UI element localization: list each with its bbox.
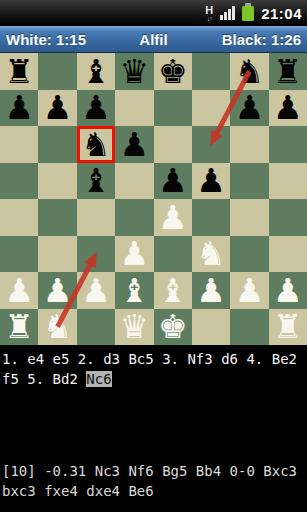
square-a3[interactable]	[0, 236, 38, 273]
white-knight-piece: ♞	[196, 237, 226, 270]
square-b4[interactable]	[38, 199, 76, 236]
engine-output: [10] -0.31 Nc3 Nf6 Bg5 Bb4 0-0 Bxc3 bxc3…	[0, 461, 307, 501]
square-b8[interactable]	[38, 53, 76, 90]
black-knight-piece: ♞	[235, 55, 265, 88]
app-screen: H ↓↑ 21:04 White: 1:15 Alfil Black: 1:26…	[0, 0, 307, 512]
square-c4[interactable]	[77, 199, 115, 236]
square-g4[interactable]	[230, 199, 268, 236]
square-a1[interactable]: ♜	[0, 309, 38, 346]
square-f1[interactable]	[192, 309, 230, 346]
square-c6[interactable]: ♞	[77, 126, 115, 163]
black-pawn-piece: ♟	[158, 164, 188, 197]
black-rook-piece: ♜	[273, 55, 303, 88]
square-b2[interactable]: ♟	[38, 272, 76, 309]
square-a5[interactable]	[0, 163, 38, 200]
square-a4[interactable]	[0, 199, 38, 236]
black-pawn-piece: ♟	[81, 91, 111, 124]
white-pawn-piece: ♟	[81, 274, 111, 307]
black-king-piece: ♚	[158, 55, 188, 88]
square-e1[interactable]: ♚	[154, 309, 192, 346]
black-bishop-piece: ♝	[81, 164, 111, 197]
square-f3[interactable]: ♞	[192, 236, 230, 273]
square-d3[interactable]: ♟	[115, 236, 153, 273]
square-f4[interactable]	[192, 199, 230, 236]
square-a6[interactable]	[0, 126, 38, 163]
black-pawn-piece: ♟	[196, 164, 226, 197]
square-h6[interactable]	[269, 126, 307, 163]
black-rook-piece: ♜	[4, 55, 34, 88]
title-bar: White: 1:15 Alfil Black: 1:26	[0, 26, 307, 53]
square-c7[interactable]: ♟	[77, 90, 115, 127]
square-b1[interactable]: ♞	[38, 309, 76, 346]
white-bishop-piece: ♝	[158, 274, 188, 307]
chess-board[interactable]: ♜♝♛♚♞♜♟♟♟♟♟♞♟♝♟♟♟♟♞♟♟♟♝♝♟♟♟♜♞♛♚♜	[0, 53, 307, 345]
square-d7[interactable]	[115, 90, 153, 127]
square-h4[interactable]	[269, 199, 307, 236]
square-d5[interactable]	[115, 163, 153, 200]
square-g6[interactable]	[230, 126, 268, 163]
square-e7[interactable]	[154, 90, 192, 127]
square-d2[interactable]: ♝	[115, 272, 153, 309]
square-e8[interactable]: ♚	[154, 53, 192, 90]
square-e4[interactable]: ♟	[154, 199, 192, 236]
square-c3[interactable]	[77, 236, 115, 273]
status-clock: 21:04	[261, 5, 302, 22]
square-b3[interactable]	[38, 236, 76, 273]
empty-area	[0, 389, 307, 461]
square-d1[interactable]: ♛	[115, 309, 153, 346]
square-d8[interactable]: ♛	[115, 53, 153, 90]
battery-icon	[242, 6, 254, 21]
status-bar: H ↓↑ 21:04	[0, 0, 307, 26]
board-area: ♜♝♛♚♞♜♟♟♟♟♟♞♟♝♟♟♟♟♞♟♟♟♝♝♟♟♟♜♞♛♚♜	[0, 53, 307, 345]
white-pawn-piece: ♟	[235, 274, 265, 307]
black-pawn-piece: ♟	[120, 128, 150, 161]
square-c5[interactable]: ♝	[77, 163, 115, 200]
square-f2[interactable]: ♟	[192, 272, 230, 309]
black-pawn-piece: ♟	[4, 91, 34, 124]
square-f5[interactable]: ♟	[192, 163, 230, 200]
black-pawn-piece: ♟	[43, 91, 73, 124]
white-king-piece: ♚	[158, 310, 188, 343]
white-pawn-piece: ♟	[120, 237, 150, 270]
square-g3[interactable]	[230, 236, 268, 273]
square-d6[interactable]: ♟	[115, 126, 153, 163]
network-arrows-icon: ↓↑	[207, 15, 212, 22]
white-knight-piece: ♞	[43, 310, 73, 343]
square-c2[interactable]: ♟	[77, 272, 115, 309]
black-clock: Black: 1:26	[222, 31, 301, 48]
square-a8[interactable]: ♜	[0, 53, 38, 90]
square-b7[interactable]: ♟	[38, 90, 76, 127]
white-bishop-piece: ♝	[120, 274, 150, 307]
move-list[interactable]: 1. e4 e5 2. d3 Bc5 3. Nf3 d6 4. Be2 f5 5…	[0, 349, 307, 389]
hspa-network-icon: H ↓↑	[205, 5, 213, 22]
square-g1[interactable]	[230, 309, 268, 346]
square-g7[interactable]: ♟	[230, 90, 268, 127]
square-f7[interactable]	[192, 90, 230, 127]
black-queen-piece: ♛	[120, 55, 150, 88]
square-g8[interactable]: ♞	[230, 53, 268, 90]
square-c8[interactable]: ♝	[77, 53, 115, 90]
square-g2[interactable]: ♟	[230, 272, 268, 309]
black-bishop-piece: ♝	[81, 55, 111, 88]
white-pawn-piece: ♟	[4, 274, 34, 307]
square-c1[interactable]	[77, 309, 115, 346]
white-pawn-piece: ♟	[43, 274, 73, 307]
white-rook-piece: ♜	[4, 310, 34, 343]
current-move-highlight[interactable]: Nc6	[86, 371, 111, 387]
black-pawn-piece: ♟	[273, 91, 303, 124]
engine-line: [10] -0.31 Nc3 Nf6 Bg5 Bb4 0-0 Bxc3 bxc3…	[2, 463, 297, 499]
square-h8[interactable]: ♜	[269, 53, 307, 90]
white-pawn-piece: ♟	[158, 201, 188, 234]
square-h5[interactable]	[269, 163, 307, 200]
signal-strength-icon	[220, 6, 235, 20]
square-h2[interactable]: ♟	[269, 272, 307, 309]
square-b5[interactable]	[38, 163, 76, 200]
moves-text[interactable]: 1. e4 e5 2. d3 Bc5 3. Nf3 d6 4. Be2 f5 5…	[2, 351, 297, 387]
square-a2[interactable]: ♟	[0, 272, 38, 309]
square-g5[interactable]	[230, 163, 268, 200]
square-h1[interactable]: ♜	[269, 309, 307, 346]
square-a7[interactable]: ♟	[0, 90, 38, 127]
white-rook-piece: ♜	[273, 310, 303, 343]
square-h3[interactable]	[269, 236, 307, 273]
square-e3[interactable]	[154, 236, 192, 273]
black-pawn-piece: ♟	[235, 91, 265, 124]
white-queen-piece: ♛	[120, 310, 150, 343]
square-d4[interactable]	[115, 199, 153, 236]
white-clock: White: 1:15	[6, 31, 86, 48]
black-knight-piece: ♞	[81, 128, 111, 161]
white-pawn-piece: ♟	[196, 274, 226, 307]
square-f8[interactable]	[192, 53, 230, 90]
square-e2[interactable]: ♝	[154, 272, 192, 309]
square-f6[interactable]	[192, 126, 230, 163]
square-b6[interactable]	[38, 126, 76, 163]
white-pawn-piece: ♟	[273, 274, 303, 307]
square-e5[interactable]: ♟	[154, 163, 192, 200]
square-e6[interactable]	[154, 126, 192, 163]
square-h7[interactable]: ♟	[269, 90, 307, 127]
